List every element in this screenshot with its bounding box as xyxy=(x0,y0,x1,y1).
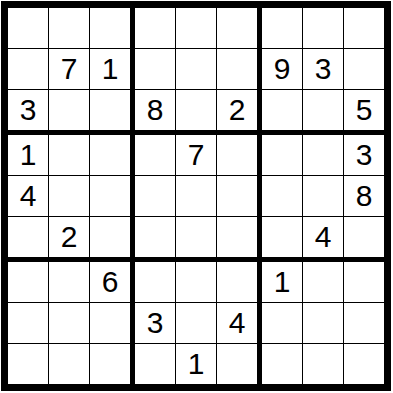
cell-r3c8[interactable] xyxy=(303,90,344,135)
cell-r2c8[interactable]: 3 xyxy=(303,49,344,90)
board-row-7: 61 xyxy=(8,262,384,303)
cell-r8c7[interactable] xyxy=(262,303,303,344)
cell-r2c5[interactable] xyxy=(176,49,217,90)
cell-r7c4[interactable] xyxy=(135,262,176,303)
cell-r1c4[interactable] xyxy=(135,8,176,49)
cell-r2c1[interactable] xyxy=(8,49,49,90)
cell-r6c2[interactable]: 2 xyxy=(49,217,90,262)
cell-r9c8[interactable] xyxy=(303,344,344,384)
cell-r4c1[interactable]: 1 xyxy=(8,135,49,176)
cell-r2c3[interactable]: 1 xyxy=(90,49,135,90)
board-row-8: 34 xyxy=(8,303,384,344)
cell-r9c2[interactable] xyxy=(49,344,90,384)
cell-r7c2[interactable] xyxy=(49,262,90,303)
cell-r8c4[interactable]: 3 xyxy=(135,303,176,344)
cell-r9c1[interactable] xyxy=(8,344,49,384)
cell-r6c4[interactable] xyxy=(135,217,176,262)
cell-r1c8[interactable] xyxy=(303,8,344,49)
cell-r3c9[interactable]: 5 xyxy=(344,90,384,135)
board-row-3: 3825 xyxy=(8,90,384,135)
cell-r1c7[interactable] xyxy=(262,8,303,49)
cell-r7c7[interactable]: 1 xyxy=(262,262,303,303)
cell-r1c5[interactable] xyxy=(176,8,217,49)
cell-r2c6[interactable] xyxy=(217,49,262,90)
cell-r3c1[interactable]: 3 xyxy=(8,90,49,135)
cell-r4c4[interactable] xyxy=(135,135,176,176)
cell-r3c4[interactable]: 8 xyxy=(135,90,176,135)
cell-r6c1[interactable] xyxy=(8,217,49,262)
cell-r1c3[interactable] xyxy=(90,8,135,49)
cell-r5c8[interactable] xyxy=(303,176,344,217)
cell-r9c3[interactable] xyxy=(90,344,135,384)
cell-r7c9[interactable] xyxy=(344,262,384,303)
cell-r6c8[interactable]: 4 xyxy=(303,217,344,262)
cell-r8c9[interactable] xyxy=(344,303,384,344)
cell-r1c1[interactable] xyxy=(8,8,49,49)
cell-r7c5[interactable] xyxy=(176,262,217,303)
cell-r4c7[interactable] xyxy=(262,135,303,176)
cell-r9c5[interactable]: 1 xyxy=(176,344,217,384)
cell-r5c7[interactable] xyxy=(262,176,303,217)
cell-r8c8[interactable] xyxy=(303,303,344,344)
cell-r4c2[interactable] xyxy=(49,135,90,176)
cell-r6c9[interactable] xyxy=(344,217,384,262)
cell-r5c3[interactable] xyxy=(90,176,135,217)
cell-r1c2[interactable] xyxy=(49,8,90,49)
cell-r5c5[interactable] xyxy=(176,176,217,217)
cell-r6c3[interactable] xyxy=(90,217,135,262)
sudoku-board: 71933825173482461341 xyxy=(1,1,391,391)
cell-r4c3[interactable] xyxy=(90,135,135,176)
cell-r9c6[interactable] xyxy=(217,344,262,384)
board-row-4: 173 xyxy=(8,135,384,176)
cell-r5c2[interactable] xyxy=(49,176,90,217)
cell-r1c6[interactable] xyxy=(217,8,262,49)
cell-r6c7[interactable] xyxy=(262,217,303,262)
cell-r2c4[interactable] xyxy=(135,49,176,90)
cell-r1c9[interactable] xyxy=(344,8,384,49)
cell-r6c5[interactable] xyxy=(176,217,217,262)
cell-r4c5[interactable]: 7 xyxy=(176,135,217,176)
cell-r3c7[interactable] xyxy=(262,90,303,135)
cell-r2c2[interactable]: 7 xyxy=(49,49,90,90)
cell-r9c4[interactable] xyxy=(135,344,176,384)
cell-r2c7[interactable]: 9 xyxy=(262,49,303,90)
cell-r5c9[interactable]: 8 xyxy=(344,176,384,217)
cell-r3c3[interactable] xyxy=(90,90,135,135)
board-row-5: 48 xyxy=(8,176,384,217)
cell-r9c7[interactable] xyxy=(262,344,303,384)
cell-r4c9[interactable]: 3 xyxy=(344,135,384,176)
cell-r5c1[interactable]: 4 xyxy=(8,176,49,217)
cell-r8c3[interactable] xyxy=(90,303,135,344)
cell-r8c1[interactable] xyxy=(8,303,49,344)
cell-r4c6[interactable] xyxy=(217,135,262,176)
cell-r9c9[interactable] xyxy=(344,344,384,384)
cell-r7c3[interactable]: 6 xyxy=(90,262,135,303)
page: 71933825173482461341 xyxy=(0,0,393,393)
board-row-2: 7193 xyxy=(8,49,384,90)
cell-r8c2[interactable] xyxy=(49,303,90,344)
cell-r7c1[interactable] xyxy=(8,262,49,303)
cell-r3c6[interactable]: 2 xyxy=(217,90,262,135)
cell-r7c8[interactable] xyxy=(303,262,344,303)
cell-r8c5[interactable] xyxy=(176,303,217,344)
cell-r3c5[interactable] xyxy=(176,90,217,135)
board-row-9: 1 xyxy=(8,344,384,384)
cell-r4c8[interactable] xyxy=(303,135,344,176)
cell-r7c6[interactable] xyxy=(217,262,262,303)
cell-r6c6[interactable] xyxy=(217,217,262,262)
board-row-1 xyxy=(8,8,384,49)
cell-r8c6[interactable]: 4 xyxy=(217,303,262,344)
cell-r5c6[interactable] xyxy=(217,176,262,217)
cell-r3c2[interactable] xyxy=(49,90,90,135)
board-row-6: 24 xyxy=(8,217,384,262)
cell-r2c9[interactable] xyxy=(344,49,384,90)
cell-r5c4[interactable] xyxy=(135,176,176,217)
